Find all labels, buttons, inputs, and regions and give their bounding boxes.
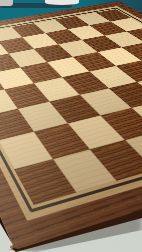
board-frame — [0, 1, 142, 250]
background-white-object — [45, 0, 79, 5]
maple-border — [0, 6, 142, 221]
chessboard — [0, 1, 142, 250]
board-playing-area — [0, 9, 142, 205]
chessboard-photo — [0, 0, 142, 252]
background-gray-object — [0, 0, 13, 6]
